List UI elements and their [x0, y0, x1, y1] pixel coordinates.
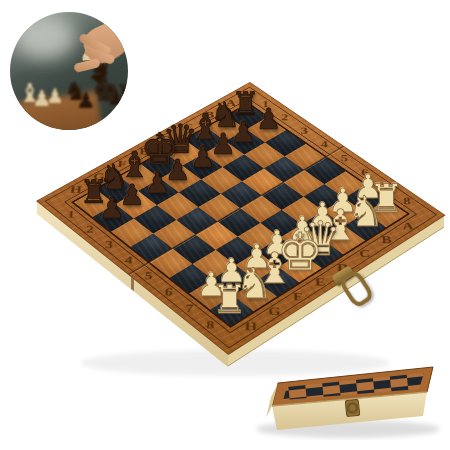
board-shadow [80, 350, 390, 376]
chess-board: AA11BB22CC33DD44EE55FF66GG77HH88 [37, 83, 444, 354]
folded-box [256, 367, 440, 438]
inset-piece: ♟ [46, 86, 64, 106]
label-rank-1-fileh-edge: 1 [62, 209, 81, 221]
lifestyle-photo-inset: ♝♟♟♞♟♚♟♜♞♟ [10, 12, 128, 130]
label-rank-8-filea-edge: 8 [398, 196, 417, 208]
label-file-h-rank8-edge: H [241, 320, 260, 334]
label-file-a-rank8-edge: A [398, 220, 417, 232]
label-rank-4-filea-edge: 4 [316, 139, 334, 150]
label-rank-5-fileh-edge: 5 [139, 270, 158, 283]
label-file-g-rank8-edge: G [265, 305, 284, 318]
label-file-g-rank1-edge: G [89, 171, 108, 183]
label-file-c-rank1-edge: C [179, 122, 197, 133]
label-file-b-rank8-edge: B [377, 234, 396, 246]
label-rank-3-filea-edge: 3 [296, 126, 314, 137]
label-file-f-rank8-edge: F [288, 290, 307, 303]
label-rank-1-filea-edge: 1 [257, 99, 274, 110]
inset-piece: ♜ [116, 82, 128, 104]
label-rank-6-filea-edge: 6 [356, 167, 374, 178]
label-file-d-rank1-edge: D [157, 134, 175, 145]
label-rank-7-filea-edge: 7 [377, 181, 396, 193]
label-rank-8-fileh-edge: 8 [201, 319, 220, 333]
background-blur-blob [14, 14, 76, 60]
label-file-h-rank1-edge: H [66, 184, 85, 196]
label-rank-6-fileh-edge: 6 [159, 286, 178, 299]
label-rank-5-filea-edge: 5 [336, 153, 354, 164]
label-rank-2-filea-edge: 2 [276, 112, 293, 123]
folded-box-front [272, 392, 427, 430]
label-file-a-rank1-edge: A [222, 98, 239, 109]
folded-box-checker [283, 373, 424, 400]
label-rank-2-fileh-edge: 2 [81, 224, 100, 236]
folded-box-top-frame [272, 367, 433, 406]
label-file-e-rank1-edge: E [135, 146, 153, 157]
label-rank-7-fileh-edge: 7 [180, 302, 199, 315]
label-rank-3-fileh-edge: 3 [100, 239, 119, 251]
folded-box-end [266, 383, 278, 418]
label-file-b-rank1-edge: B [201, 110, 218, 121]
folded-box-latch [345, 399, 360, 416]
label-file-f-rank1-edge: F [112, 159, 130, 170]
label-rank-4-fileh-edge: 4 [119, 254, 138, 267]
fold-notch [131, 277, 134, 291]
folded-box-shadow [256, 420, 440, 438]
product-photo: AA11BB22CC33DD44EE55FF66GG77HH88 ♜♞♟♝♟♛♟… [0, 0, 450, 450]
